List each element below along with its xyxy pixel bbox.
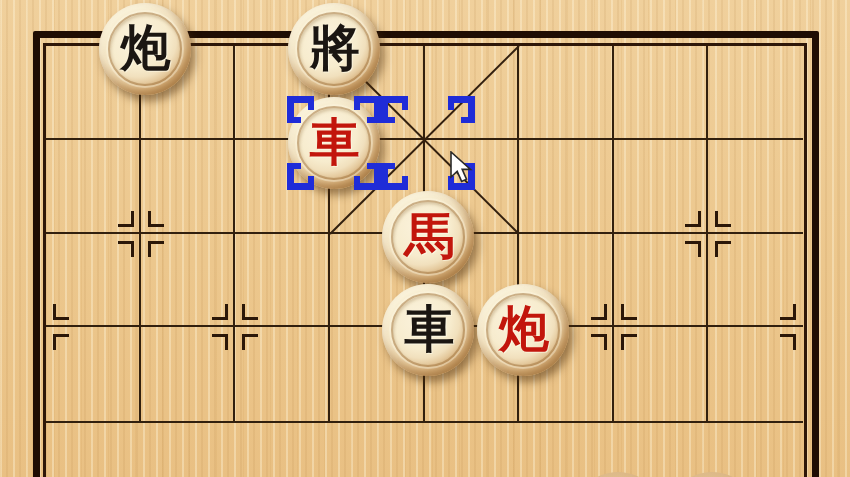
point-marker [212,304,228,320]
point-marker [685,241,701,257]
piece-glyph: 炮 [499,304,549,354]
board-cell[interactable] [708,46,803,140]
point-marker [148,211,164,227]
board-cell[interactable] [519,46,614,140]
point-marker [715,211,731,227]
point-marker [591,334,607,350]
point-marker [118,241,134,257]
point-marker [715,241,731,257]
point-marker [621,334,637,350]
point-marker [242,334,258,350]
piece-black-general[interactable]: 將 [288,3,380,95]
point-marker [242,304,258,320]
point-marker [53,304,69,320]
point-marker [118,211,134,227]
board-cell[interactable] [519,140,614,234]
piece-glyph: 將 [310,23,360,73]
point-marker [780,334,796,350]
piece-glyph: 馬 [404,211,454,261]
piece-glyph: 炮 [121,23,171,73]
point-marker [212,334,228,350]
point-marker [53,334,69,350]
board-cell[interactable] [614,46,709,140]
piece-glyph: 車 [310,117,360,167]
piece-red-horse[interactable]: 馬 [382,191,474,283]
point-marker [148,241,164,257]
piece-red-cannon[interactable]: 炮 [477,284,569,376]
piece-red-chariot[interactable]: 車 [288,97,380,189]
point-marker [685,211,701,227]
point-marker [621,304,637,320]
point-marker [591,304,607,320]
piece-glyph: 車 [404,304,454,354]
piece-black-chariot[interactable]: 車 [382,284,474,376]
point-marker [780,304,796,320]
piece-black-cannon[interactable]: 炮 [99,3,191,95]
board-cell[interactable] [425,46,520,140]
xiangqi-board: 炮將車馬車炮 [0,0,850,477]
